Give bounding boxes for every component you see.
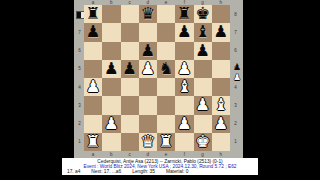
square-f5: ♟	[175, 60, 193, 78]
board-frame: abcdefgh abcdefgh 87654321 87654321 ♜♛♜♚…	[74, 0, 243, 158]
black-king-g8: ♚	[195, 5, 210, 23]
coord-label-6: 6	[232, 42, 239, 60]
square-h8	[212, 5, 230, 23]
coord-label-e: e	[157, 152, 175, 157]
square-e2	[157, 115, 175, 133]
square-h1	[212, 133, 230, 151]
coord-label-6: 6	[76, 42, 83, 60]
white-king-g1: ♚	[195, 133, 210, 151]
square-g2	[194, 115, 212, 133]
material-balance-label: Material: 0	[166, 169, 188, 174]
white-pawn-h2: ♟	[213, 115, 228, 133]
status-line: 17. a4 Next: 17. ...a6 Length: 35 Materi…	[62, 169, 258, 174]
black-queen-d8: ♛	[140, 5, 155, 23]
black-pawn-b5: ♟	[104, 60, 119, 78]
captured-black-pawn-icon: ♟	[233, 62, 241, 72]
square-c4	[121, 78, 139, 96]
black-pawn-h7: ♟	[213, 23, 228, 41]
square-c7	[121, 23, 139, 41]
coord-label-1: 1	[232, 133, 239, 151]
square-h7: ♟	[212, 23, 230, 41]
square-d6: ♟	[139, 42, 157, 60]
white-bishop-f4: ♝	[177, 78, 192, 96]
coord-label-g: g	[194, 152, 212, 157]
white-queen-d1: ♛	[140, 133, 155, 151]
white-pawn-a4: ♟	[86, 78, 101, 96]
coord-label-3: 3	[232, 96, 239, 114]
square-h2: ♟	[212, 115, 230, 133]
white-pawn-f5: ♟	[177, 60, 192, 78]
square-b2: ♟	[102, 115, 120, 133]
coord-label-c: c	[121, 152, 139, 157]
square-e8	[157, 5, 175, 23]
square-e5: ♞	[157, 60, 175, 78]
coord-label-a: a	[84, 152, 102, 157]
square-a8: ♜	[84, 5, 102, 23]
square-e3	[157, 96, 175, 114]
coord-label-5: 5	[76, 60, 83, 78]
captured-pieces-tray: ♟♟	[231, 62, 243, 90]
square-f4: ♝	[175, 78, 193, 96]
square-e7	[157, 23, 175, 41]
square-h5	[212, 60, 230, 78]
square-e4	[157, 78, 175, 96]
square-d8: ♛	[139, 5, 157, 23]
square-b8	[102, 5, 120, 23]
square-a5	[84, 60, 102, 78]
square-g4	[194, 78, 212, 96]
square-b6	[102, 42, 120, 60]
white-rook-e1: ♜	[159, 133, 174, 151]
square-c2	[121, 115, 139, 133]
square-f3	[175, 96, 193, 114]
white-pawn-g3: ♟	[195, 96, 210, 114]
coord-label-f: f	[175, 152, 193, 157]
square-c6	[121, 42, 139, 60]
white-pawn-f2: ♟	[177, 115, 192, 133]
square-e1: ♜	[157, 133, 175, 151]
square-b3	[102, 96, 120, 114]
coord-label-7: 7	[76, 23, 83, 41]
square-a6	[84, 42, 102, 60]
square-h6	[212, 42, 230, 60]
coord-label-4: 4	[76, 78, 83, 96]
square-g7: ♝	[194, 23, 212, 41]
coord-label-2: 2	[76, 115, 83, 133]
white-rook-a1: ♜	[86, 133, 101, 151]
black-rook-f8: ♜	[177, 5, 192, 23]
black-pawn-d6: ♟	[140, 42, 155, 60]
square-d1: ♛	[139, 133, 157, 151]
coord-label-d: d	[139, 152, 157, 157]
square-b1	[102, 133, 120, 151]
square-b7	[102, 23, 120, 41]
coord-label-8: 8	[232, 5, 239, 23]
last-move-label: 17. a4	[67, 169, 80, 174]
square-a3	[84, 96, 102, 114]
square-g6: ♟	[194, 42, 212, 60]
black-pawn-g6: ♟	[195, 42, 210, 60]
coord-label-h: h	[212, 152, 230, 157]
black-knight-e5: ♞	[159, 60, 174, 78]
square-g8: ♚	[194, 5, 212, 23]
black-rook-a8: ♜	[86, 5, 101, 23]
black-pawn-a7: ♟	[86, 23, 101, 41]
white-bishop-h3: ♝	[213, 96, 228, 114]
game-length-label: Length: 35	[132, 169, 155, 174]
black-pawn-f7: ♟	[177, 23, 192, 41]
square-c3	[121, 96, 139, 114]
square-d5: ♟	[139, 60, 157, 78]
coord-label-2: 2	[232, 115, 239, 133]
coord-label-7: 7	[232, 23, 239, 41]
square-g3: ♟	[194, 96, 212, 114]
coord-label-1: 1	[76, 133, 83, 151]
square-c1	[121, 133, 139, 151]
square-d2	[139, 115, 157, 133]
square-d7	[139, 23, 157, 41]
square-d4	[139, 78, 157, 96]
next-move-label: Next: 17. ...a6	[91, 169, 121, 174]
coord-label-3: 3	[76, 96, 83, 114]
caption-panel: Cederquist, Antje Asa (2213) -- Zarnicki…	[62, 158, 258, 175]
black-pawn-c5: ♟	[122, 60, 137, 78]
square-f1	[175, 133, 193, 151]
square-d3	[139, 96, 157, 114]
square-h4	[212, 78, 230, 96]
video-frame: abcdefgh abcdefgh 87654321 87654321 ♜♛♜♚…	[0, 0, 320, 180]
square-g5	[194, 60, 212, 78]
square-a7: ♟	[84, 23, 102, 41]
rank-labels-left: 87654321	[76, 5, 83, 151]
square-c5: ♟	[121, 60, 139, 78]
square-a1: ♜	[84, 133, 102, 151]
square-a2	[84, 115, 102, 133]
square-h3: ♝	[212, 96, 230, 114]
square-e6	[157, 42, 175, 60]
square-a4: ♟	[84, 78, 102, 96]
square-b5: ♟	[102, 60, 120, 78]
white-pawn-b2: ♟	[104, 115, 119, 133]
file-labels-bottom: abcdefgh	[84, 152, 230, 157]
square-b4	[102, 78, 120, 96]
square-c8	[121, 5, 139, 23]
square-g1: ♚	[194, 133, 212, 151]
white-pawn-d5: ♟	[140, 60, 155, 78]
square-f7: ♟	[175, 23, 193, 41]
square-f2: ♟	[175, 115, 193, 133]
coord-label-b: b	[102, 152, 120, 157]
captured-white-pawn-icon: ♟	[233, 72, 241, 82]
black-bishop-g7: ♝	[195, 23, 210, 41]
square-f8: ♜	[175, 5, 193, 23]
square-f6	[175, 42, 193, 60]
chess-board: ♜♛♜♚♟♟♝♟♟♟♟♟♟♞♟♟♝♟♝♟♟♟♜♛♜♚	[84, 5, 230, 151]
